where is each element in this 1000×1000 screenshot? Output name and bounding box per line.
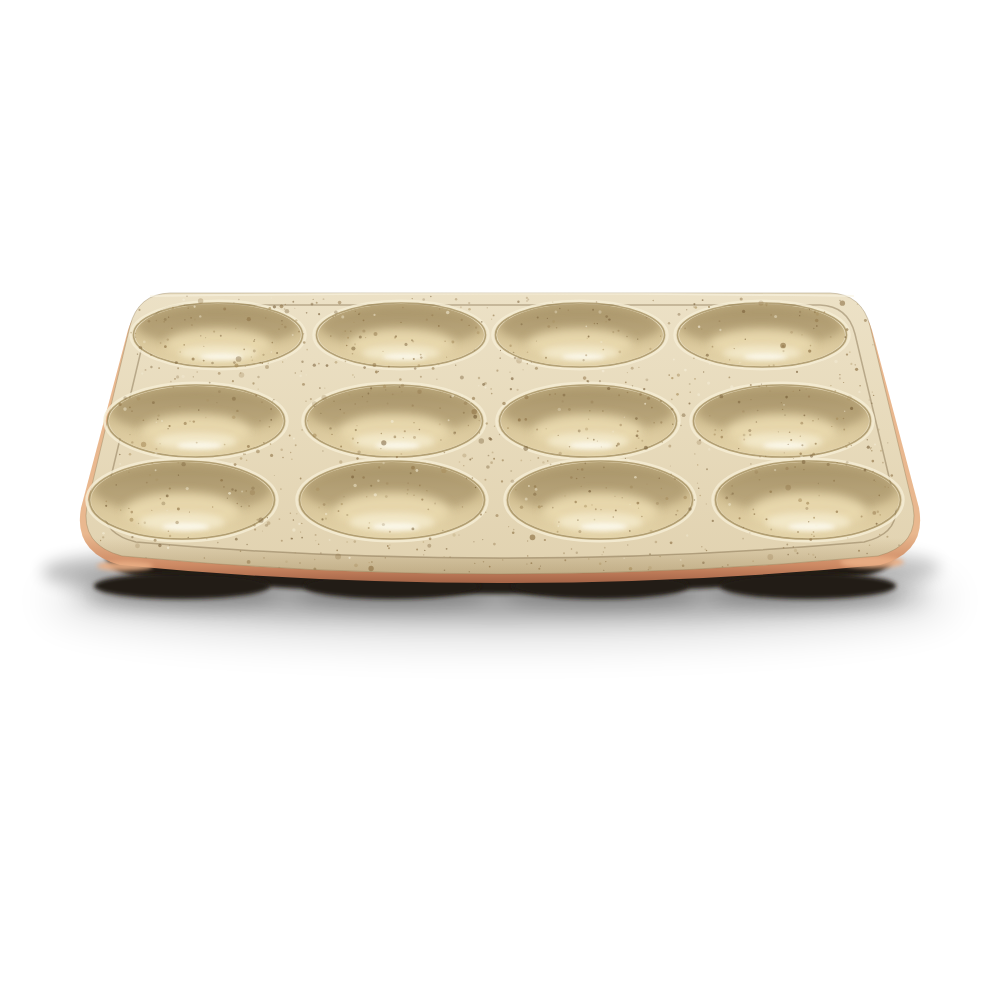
muffin-cup [713,459,904,541]
muffin-cup [297,459,488,541]
muffin-pan-image [0,0,1000,1000]
muffin-cup [131,301,306,369]
muffin-cup [87,459,278,541]
muffin-cup [314,301,489,369]
rim-highlight-left [97,561,153,571]
muffin-cup [303,383,486,459]
muffin-cup [505,459,696,541]
product-photo [0,0,1000,1000]
muffin-cup [675,301,850,369]
